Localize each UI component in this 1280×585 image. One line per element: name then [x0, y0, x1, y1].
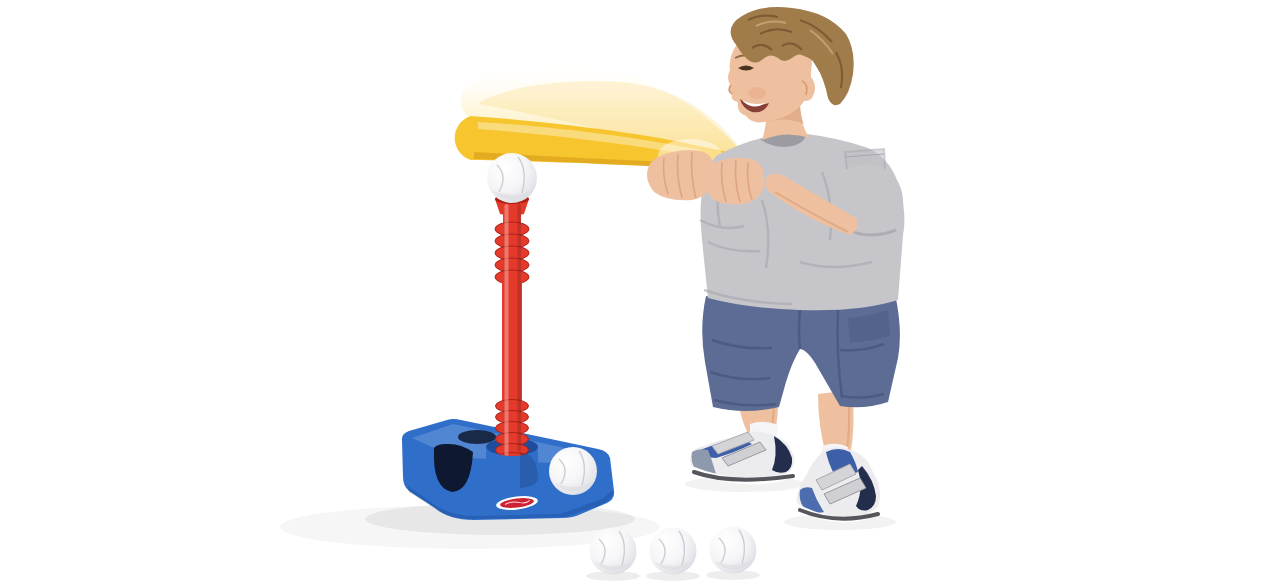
product-photo: A smiling toddler with light-brown wavy …	[0, 0, 1280, 585]
floor-ball-1	[590, 528, 637, 575]
child	[647, 7, 905, 522]
sneaker-front	[690, 422, 794, 485]
ball-on-tee	[487, 153, 537, 203]
floor-ball-2	[650, 528, 697, 575]
scene-svg: A smiling toddler with light-brown wavy …	[0, 0, 1280, 585]
post-shade	[518, 204, 522, 452]
base-ball-recess	[458, 430, 496, 444]
ball-beside-base	[549, 447, 597, 495]
cheek	[748, 87, 766, 99]
ear	[797, 75, 815, 101]
post-highlight	[505, 204, 509, 456]
sneaker-back	[797, 444, 880, 523]
tee-post	[495, 194, 529, 466]
floor-ball-3	[710, 527, 757, 574]
